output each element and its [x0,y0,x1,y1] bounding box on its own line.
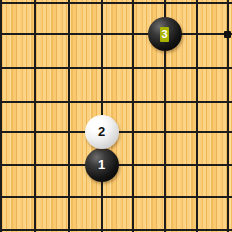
grid-line-horizontal-1 [0,33,232,35]
stone-white-2: 2 [85,115,119,149]
star-point [224,31,231,38]
stone-move-number: 2 [98,125,105,138]
stone-black-1: 1 [85,148,119,182]
grid-line-horizontal-3 [0,101,232,103]
stone-black-3: 3 [148,17,182,51]
last-move-highlight: 3 [160,27,169,42]
grid-line-horizontal-0 [0,2,232,4]
go-app-viewport: 123 [0,0,232,232]
grid-line-horizontal-2 [0,67,232,69]
stone-move-number: 1 [98,158,105,171]
grid-line-horizontal-7 [0,229,232,231]
go-board[interactable]: 123 [0,0,232,232]
stone-move-number: 3 [161,29,167,40]
grid-line-horizontal-6 [0,196,232,198]
